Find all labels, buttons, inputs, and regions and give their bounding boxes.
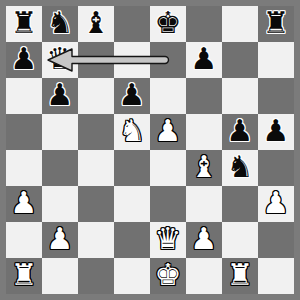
square-g2[interactable] bbox=[222, 222, 258, 258]
square-g7[interactable] bbox=[222, 42, 258, 78]
square-c1[interactable] bbox=[78, 258, 114, 294]
square-d8[interactable] bbox=[114, 6, 150, 42]
square-d6[interactable]: ♟ bbox=[114, 78, 150, 114]
square-f7[interactable]: ♟ bbox=[186, 42, 222, 78]
square-d1[interactable] bbox=[114, 258, 150, 294]
square-f5[interactable] bbox=[186, 114, 222, 150]
square-h4[interactable] bbox=[258, 150, 294, 186]
square-b5[interactable] bbox=[42, 114, 78, 150]
piece-white-pawn[interactable]: ♟ bbox=[155, 113, 182, 149]
square-d4[interactable] bbox=[114, 150, 150, 186]
piece-black-rook[interactable]: ♜ bbox=[263, 5, 290, 41]
square-h3[interactable]: ♟ bbox=[258, 186, 294, 222]
square-e1[interactable]: ♚ bbox=[150, 258, 186, 294]
piece-black-king[interactable]: ♚ bbox=[155, 5, 182, 41]
square-c2[interactable] bbox=[78, 222, 114, 258]
square-c8[interactable]: ♝ bbox=[78, 6, 114, 42]
piece-white-pawn[interactable]: ♟ bbox=[191, 221, 218, 257]
square-e3[interactable] bbox=[150, 186, 186, 222]
piece-white-pawn[interactable]: ♟ bbox=[47, 221, 74, 257]
square-e7[interactable] bbox=[150, 42, 186, 78]
square-g5[interactable]: ♟ bbox=[222, 114, 258, 150]
square-a5[interactable] bbox=[6, 114, 42, 150]
piece-white-queen[interactable]: ♛ bbox=[155, 221, 182, 257]
square-a3[interactable]: ♟ bbox=[6, 186, 42, 222]
square-e5[interactable]: ♟ bbox=[150, 114, 186, 150]
piece-black-knight[interactable]: ♞ bbox=[227, 149, 254, 185]
square-b8[interactable]: ♞ bbox=[42, 6, 78, 42]
piece-white-pawn[interactable]: ♟ bbox=[11, 185, 38, 221]
square-b2[interactable]: ♟ bbox=[42, 222, 78, 258]
square-d5[interactable]: ♞ bbox=[114, 114, 150, 150]
square-g8[interactable] bbox=[222, 6, 258, 42]
piece-black-pawn[interactable]: ♟ bbox=[47, 77, 74, 113]
square-h5[interactable]: ♟ bbox=[258, 114, 294, 150]
square-e6[interactable] bbox=[150, 78, 186, 114]
square-d2[interactable] bbox=[114, 222, 150, 258]
square-a8[interactable]: ♜ bbox=[6, 6, 42, 42]
piece-black-pawn[interactable]: ♟ bbox=[191, 41, 218, 77]
square-b3[interactable] bbox=[42, 186, 78, 222]
square-g4[interactable]: ♞ bbox=[222, 150, 258, 186]
square-e2[interactable]: ♛ bbox=[150, 222, 186, 258]
square-f3[interactable] bbox=[186, 186, 222, 222]
piece-white-bishop[interactable]: ♝ bbox=[191, 149, 218, 185]
piece-black-pawn[interactable]: ♟ bbox=[119, 77, 146, 113]
square-d3[interactable] bbox=[114, 186, 150, 222]
piece-white-pawn[interactable]: ♟ bbox=[263, 185, 290, 221]
square-g6[interactable] bbox=[222, 78, 258, 114]
square-f2[interactable]: ♟ bbox=[186, 222, 222, 258]
square-g3[interactable] bbox=[222, 186, 258, 222]
square-h2[interactable] bbox=[258, 222, 294, 258]
square-a2[interactable] bbox=[6, 222, 42, 258]
piece-black-bishop[interactable]: ♝ bbox=[83, 5, 110, 41]
square-f6[interactable] bbox=[186, 78, 222, 114]
square-b7[interactable]: ♛ bbox=[42, 42, 78, 78]
square-e4[interactable] bbox=[150, 150, 186, 186]
square-c3[interactable] bbox=[78, 186, 114, 222]
square-h8[interactable]: ♜ bbox=[258, 6, 294, 42]
chess-board: ♜♞♝♚♜♟♛♟♟♟♞♟♟♟♝♞♟♟♟♛♟♜♚♜ bbox=[6, 6, 294, 294]
square-e8[interactable]: ♚ bbox=[150, 6, 186, 42]
piece-white-rook[interactable]: ♜ bbox=[11, 257, 38, 293]
square-f4[interactable]: ♝ bbox=[186, 150, 222, 186]
square-h7[interactable] bbox=[258, 42, 294, 78]
piece-black-pawn[interactable]: ♟ bbox=[11, 41, 38, 77]
square-a1[interactable]: ♜ bbox=[6, 258, 42, 294]
square-c7[interactable] bbox=[78, 42, 114, 78]
square-a4[interactable] bbox=[6, 150, 42, 186]
square-b6[interactable]: ♟ bbox=[42, 78, 78, 114]
square-g1[interactable]: ♜ bbox=[222, 258, 258, 294]
square-c4[interactable] bbox=[78, 150, 114, 186]
square-h6[interactable] bbox=[258, 78, 294, 114]
square-d7[interactable] bbox=[114, 42, 150, 78]
square-a6[interactable] bbox=[6, 78, 42, 114]
piece-white-knight[interactable]: ♞ bbox=[119, 113, 146, 149]
square-c5[interactable] bbox=[78, 114, 114, 150]
square-a7[interactable]: ♟ bbox=[6, 42, 42, 78]
square-c6[interactable] bbox=[78, 78, 114, 114]
piece-white-king[interactable]: ♚ bbox=[155, 257, 182, 293]
piece-black-knight[interactable]: ♞ bbox=[47, 5, 74, 41]
piece-black-rook[interactable]: ♜ bbox=[11, 5, 38, 41]
piece-black-pawn[interactable]: ♟ bbox=[263, 113, 290, 149]
square-h1[interactable] bbox=[258, 258, 294, 294]
piece-black-queen[interactable]: ♛ bbox=[47, 41, 74, 77]
piece-white-rook[interactable]: ♜ bbox=[227, 257, 254, 293]
chess-board-wrapper: ♜♞♝♚♜♟♛♟♟♟♞♟♟♟♝♞♟♟♟♛♟♜♚♜ bbox=[0, 0, 300, 300]
square-b1[interactable] bbox=[42, 258, 78, 294]
piece-black-pawn[interactable]: ♟ bbox=[227, 113, 254, 149]
square-f8[interactable] bbox=[186, 6, 222, 42]
square-f1[interactable] bbox=[186, 258, 222, 294]
square-b4[interactable] bbox=[42, 150, 78, 186]
